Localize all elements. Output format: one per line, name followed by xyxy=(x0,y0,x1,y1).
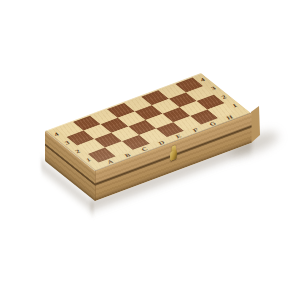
chess-box-photo: 4321 4321 ABCDEFGH xyxy=(0,0,300,300)
